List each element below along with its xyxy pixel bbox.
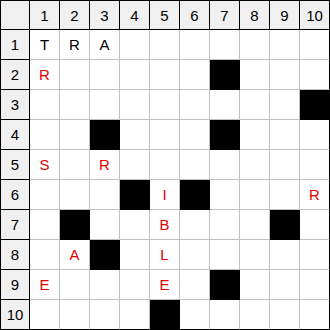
cell-r8-c10[interactable]: [300, 240, 330, 270]
cell-r8-c7[interactable]: [210, 240, 240, 270]
cell-r10-c3[interactable]: [90, 300, 120, 330]
col-header-7: 7: [210, 0, 240, 30]
cell-r6-c1[interactable]: [30, 180, 60, 210]
cell-r10-c10[interactable]: [300, 300, 330, 330]
cell-r6-c5[interactable]: I: [150, 180, 180, 210]
row-header-2: 2: [0, 60, 30, 90]
cell-r6-c3[interactable]: [90, 180, 120, 210]
row-header-3: 3: [0, 90, 30, 120]
cell-r10-c1[interactable]: [30, 300, 60, 330]
cell-r1-c1[interactable]: T: [30, 30, 60, 60]
cell-r10-c2[interactable]: [60, 300, 90, 330]
cell-r8-c2[interactable]: A: [60, 240, 90, 270]
row-header-7: 7: [0, 210, 30, 240]
cell-r2-c9[interactable]: [270, 60, 300, 90]
cell-r6-c7[interactable]: [210, 180, 240, 210]
row-header-6: 6: [0, 180, 30, 210]
cell-r5-c10[interactable]: [300, 150, 330, 180]
cell-r8-c9[interactable]: [270, 240, 300, 270]
cell-r3-c2[interactable]: [60, 90, 90, 120]
cell-r3-c3[interactable]: [90, 90, 120, 120]
cell-r2-c5[interactable]: [150, 60, 180, 90]
cell-r4-c1[interactable]: [30, 120, 60, 150]
cell-r5-c9[interactable]: [270, 150, 300, 180]
cell-r4-c9[interactable]: [270, 120, 300, 150]
col-header-10: 10: [300, 0, 330, 30]
black-cell-r6-c6: [180, 180, 210, 210]
cell-r7-c6[interactable]: [180, 210, 210, 240]
cell-r1-c7[interactable]: [210, 30, 240, 60]
cell-r3-c6[interactable]: [180, 90, 210, 120]
cell-r3-c8[interactable]: [240, 90, 270, 120]
row-header-9: 9: [0, 270, 30, 300]
black-cell-r3-c10: [300, 90, 330, 120]
row-header-5: 5: [0, 150, 30, 180]
cell-r4-c5[interactable]: [150, 120, 180, 150]
col-header-6: 6: [180, 0, 210, 30]
cell-r5-c1[interactable]: S: [30, 150, 60, 180]
cell-r7-c10[interactable]: [300, 210, 330, 240]
cell-r2-c6[interactable]: [180, 60, 210, 90]
cell-r2-c1[interactable]: R: [30, 60, 60, 90]
cell-r7-c1[interactable]: [30, 210, 60, 240]
cell-r6-c8[interactable]: [240, 180, 270, 210]
corner-header: [0, 0, 30, 30]
col-header-1: 1: [30, 0, 60, 30]
cell-r8-c8[interactable]: [240, 240, 270, 270]
cell-r10-c6[interactable]: [180, 300, 210, 330]
cell-r9-c9[interactable]: [270, 270, 300, 300]
cell-r2-c2[interactable]: [60, 60, 90, 90]
row-header-4: 4: [0, 120, 30, 150]
cell-r1-c3[interactable]: A: [90, 30, 120, 60]
cell-r3-c1[interactable]: [30, 90, 60, 120]
cell-r8-c1[interactable]: [30, 240, 60, 270]
cell-r1-c5[interactable]: [150, 30, 180, 60]
black-cell-r9-c7: [210, 270, 240, 300]
cell-r2-c8[interactable]: [240, 60, 270, 90]
cell-r3-c4[interactable]: [120, 90, 150, 120]
cell-r8-c6[interactable]: [180, 240, 210, 270]
cell-r5-c6[interactable]: [180, 150, 210, 180]
cell-r5-c8[interactable]: [240, 150, 270, 180]
cell-r6-c9[interactable]: [270, 180, 300, 210]
cell-r4-c2[interactable]: [60, 120, 90, 150]
row-header-1: 1: [0, 30, 30, 60]
cell-r4-c8[interactable]: [240, 120, 270, 150]
cell-r4-c6[interactable]: [180, 120, 210, 150]
cell-r2-c4[interactable]: [120, 60, 150, 90]
cell-r7-c7[interactable]: [210, 210, 240, 240]
cell-r1-c10[interactable]: [300, 30, 330, 60]
cell-r3-c7[interactable]: [210, 90, 240, 120]
cell-r3-c5[interactable]: [150, 90, 180, 120]
cell-r5-c7[interactable]: [210, 150, 240, 180]
cell-r9-c10[interactable]: [300, 270, 330, 300]
cell-r5-c4[interactable]: [120, 150, 150, 180]
cell-r10-c4[interactable]: [120, 300, 150, 330]
cell-r9-c8[interactable]: [240, 270, 270, 300]
cell-r1-c9[interactable]: [270, 30, 300, 60]
black-cell-r8-c3: [90, 240, 120, 270]
cell-r9-c3[interactable]: [90, 270, 120, 300]
cell-r2-c10[interactable]: [300, 60, 330, 90]
col-header-8: 8: [240, 0, 270, 30]
col-header-4: 4: [120, 0, 150, 30]
cell-r8-c4[interactable]: [120, 240, 150, 270]
cell-r9-c5[interactable]: E: [150, 270, 180, 300]
cell-r9-c1[interactable]: E: [30, 270, 60, 300]
puzzle-board: 123456789101TRA2R345SR6IR7B8AL9EE10: [0, 0, 330, 330]
black-cell-r7-c2: [60, 210, 90, 240]
cell-r5-c5[interactable]: [150, 150, 180, 180]
cell-r9-c6[interactable]: [180, 270, 210, 300]
cell-r1-c2[interactable]: R: [60, 30, 90, 60]
cell-r1-c4[interactable]: [120, 30, 150, 60]
black-cell-r2-c7: [210, 60, 240, 90]
cell-r10-c7[interactable]: [210, 300, 240, 330]
col-header-2: 2: [60, 0, 90, 30]
black-cell-r4-c3: [90, 120, 120, 150]
black-cell-r6-c4: [120, 180, 150, 210]
cell-r10-c9[interactable]: [270, 300, 300, 330]
cell-r3-c9[interactable]: [270, 90, 300, 120]
cell-r1-c8[interactable]: [240, 30, 270, 60]
black-cell-r4-c7: [210, 120, 240, 150]
cell-r8-c5[interactable]: L: [150, 240, 180, 270]
cell-r7-c4[interactable]: [120, 210, 150, 240]
cell-r10-c8[interactable]: [240, 300, 270, 330]
cell-r1-c6[interactable]: [180, 30, 210, 60]
black-cell-r7-c9: [270, 210, 300, 240]
cell-r9-c2[interactable]: [60, 270, 90, 300]
black-cell-r10-c5: [150, 300, 180, 330]
row-header-8: 8: [0, 240, 30, 270]
cell-r4-c4[interactable]: [120, 120, 150, 150]
col-header-9: 9: [270, 0, 300, 30]
cell-r5-c2[interactable]: [60, 150, 90, 180]
cell-r9-c4[interactable]: [120, 270, 150, 300]
cell-r6-c10[interactable]: R: [300, 180, 330, 210]
cell-r5-c3[interactable]: R: [90, 150, 120, 180]
cell-r7-c8[interactable]: [240, 210, 270, 240]
cell-r7-c3[interactable]: [90, 210, 120, 240]
cell-r2-c3[interactable]: [90, 60, 120, 90]
col-header-3: 3: [90, 0, 120, 30]
cell-r6-c2[interactable]: [60, 180, 90, 210]
cell-r4-c10[interactable]: [300, 120, 330, 150]
col-header-5: 5: [150, 0, 180, 30]
cell-r7-c5[interactable]: B: [150, 210, 180, 240]
row-header-10: 10: [0, 300, 30, 330]
